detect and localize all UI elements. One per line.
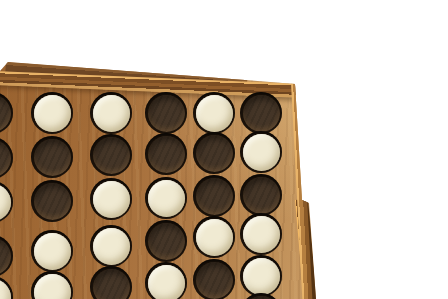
- hole-r1-c1: [0, 92, 13, 134]
- disc-light-r4-c2: [34, 233, 71, 270]
- hole-r3-c3: [90, 178, 132, 220]
- hole-r2-c3: [90, 134, 132, 176]
- disc-light-r1-c5: [196, 95, 233, 132]
- hole-r1-c4: [145, 92, 187, 134]
- hole-r5-c3: [90, 266, 132, 299]
- disc-dark-r2-c1: [0, 140, 11, 177]
- disc-light-r5-c6: [243, 258, 280, 295]
- disc-dark-r2-c3: [93, 137, 130, 174]
- hole-r2-c1: [0, 137, 13, 179]
- disc-dark-r3-c5: [196, 178, 233, 215]
- hole-r2-c6: [240, 131, 282, 173]
- disc-dark-r1-c1: [0, 95, 11, 132]
- disc-dark-r4-c1: [0, 238, 11, 275]
- disc-dark-r2-c4: [148, 136, 185, 173]
- hole-r1-c2: [31, 92, 73, 134]
- hole-r3-c1: [0, 181, 13, 223]
- connect-four-board: [0, 0, 448, 299]
- photo-scene: [0, 0, 448, 299]
- disc-dark-r4-c4: [148, 223, 185, 260]
- hole-r4-c5: [193, 216, 235, 258]
- disc-light-r4-c5: [196, 219, 233, 256]
- disc-dark-r5-c3: [93, 269, 130, 299]
- disc-light-r5-c1: [0, 279, 11, 299]
- disc-dark-r1-c4: [148, 95, 185, 132]
- hole-r4-c4: [145, 220, 187, 262]
- hole-r2-c2: [31, 136, 73, 178]
- hole-r4-c2: [31, 230, 73, 272]
- hole-r1-c5: [193, 92, 235, 134]
- hole-r5-c5: [193, 259, 235, 299]
- disc-light-r1-c2: [34, 95, 71, 132]
- disc-light-r4-c3: [93, 228, 130, 265]
- disc-light-r1-c3: [93, 95, 130, 132]
- disc-light-r2-c6: [243, 134, 280, 171]
- disc-light-r3-c1: [0, 184, 11, 221]
- hole-r2-c4: [145, 133, 187, 175]
- disc-light-r5-c2: [34, 274, 71, 299]
- holes-layer: [0, 0, 448, 299]
- disc-dark-r2-c5: [196, 135, 233, 172]
- disc-dark-r3-c2: [34, 183, 71, 220]
- hole-r3-c6: [240, 174, 282, 216]
- hole-r4-c6: [240, 213, 282, 255]
- disc-dark-r2-c2: [34, 139, 71, 176]
- disc-light-r3-c4: [148, 180, 185, 217]
- hole-r1-c3: [90, 92, 132, 134]
- disc-dark-r5-c5: [196, 262, 233, 299]
- hole-r5-c6: [240, 255, 282, 297]
- disc-light-r4-c6: [243, 216, 280, 253]
- disc-light-r3-c3: [93, 181, 130, 218]
- hole-r5-c1: [0, 276, 13, 299]
- hole-r3-c4: [145, 177, 187, 219]
- hole-r1-c6: [240, 92, 282, 134]
- disc-dark-r1-c6: [243, 95, 280, 132]
- hole-r3-c5: [193, 175, 235, 217]
- disc-light-r5-c4: [148, 265, 185, 299]
- hole-r3-c2: [31, 180, 73, 222]
- hole-r4-c1: [0, 235, 13, 277]
- hole-r4-c3: [90, 225, 132, 267]
- hole-r6-c6: [240, 293, 282, 299]
- disc-dark-r3-c6: [243, 177, 280, 214]
- hole-r2-c5: [193, 132, 235, 174]
- hole-r5-c2: [31, 271, 73, 299]
- hole-r5-c4: [145, 262, 187, 299]
